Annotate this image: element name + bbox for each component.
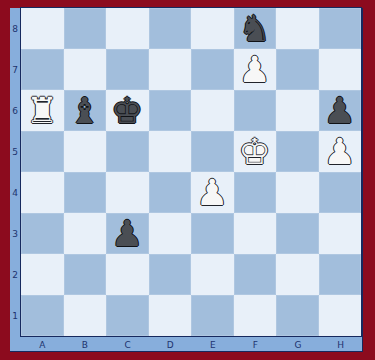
black-king-c6[interactable]: ♚ — [106, 90, 149, 131]
square-a4[interactable] — [21, 172, 64, 213]
square-c4[interactable] — [106, 172, 149, 213]
rank-label-7: 7 — [10, 49, 20, 90]
rank-labels: 87654321 — [10, 8, 20, 336]
file-label-a: A — [21, 338, 64, 351]
square-h2[interactable] — [319, 254, 362, 295]
square-b7[interactable] — [64, 49, 107, 90]
square-c2[interactable] — [106, 254, 149, 295]
square-f1[interactable] — [234, 295, 277, 336]
square-f2[interactable] — [234, 254, 277, 295]
black-knight-f8[interactable]: ♞ — [234, 8, 277, 49]
square-g1[interactable] — [276, 295, 319, 336]
chess-board[interactable]: ♞♟♜♝♚♟♚♟♟♟ — [20, 7, 362, 337]
rank-label-5: 5 — [10, 131, 20, 172]
rank-label-6: 6 — [10, 90, 20, 131]
file-label-h: H — [319, 338, 362, 351]
square-f6[interactable] — [234, 90, 277, 131]
white-pawn-f7[interactable]: ♟ — [234, 49, 277, 90]
white-rook-a6[interactable]: ♜ — [21, 90, 64, 131]
square-e8[interactable] — [191, 8, 234, 49]
square-d5[interactable] — [149, 131, 192, 172]
square-g8[interactable] — [276, 8, 319, 49]
white-pawn-e4[interactable]: ♟ — [191, 172, 234, 213]
square-g3[interactable] — [276, 213, 319, 254]
square-c1[interactable] — [106, 295, 149, 336]
square-b1[interactable] — [64, 295, 107, 336]
square-d8[interactable] — [149, 8, 192, 49]
square-a3[interactable] — [21, 213, 64, 254]
square-d4[interactable] — [149, 172, 192, 213]
rank-label-3: 3 — [10, 213, 20, 254]
square-b2[interactable] — [64, 254, 107, 295]
file-label-b: B — [64, 338, 107, 351]
white-king-f5[interactable]: ♚ — [234, 131, 277, 172]
square-g4[interactable] — [276, 172, 319, 213]
black-bishop-b6[interactable]: ♝ — [64, 90, 107, 131]
black-pawn-c3[interactable]: ♟ — [106, 213, 149, 254]
square-a7[interactable] — [21, 49, 64, 90]
white-pawn-h5[interactable]: ♟ — [319, 131, 362, 172]
square-h3[interactable] — [319, 213, 362, 254]
square-g2[interactable] — [276, 254, 319, 295]
file-label-d: D — [149, 338, 192, 351]
square-h1[interactable] — [319, 295, 362, 336]
square-g5[interactable] — [276, 131, 319, 172]
square-c5[interactable] — [106, 131, 149, 172]
file-labels: ABCDEFGH — [21, 338, 362, 351]
square-g6[interactable] — [276, 90, 319, 131]
rank-label-4: 4 — [10, 172, 20, 213]
square-h8[interactable] — [319, 8, 362, 49]
square-e7[interactable] — [191, 49, 234, 90]
square-e1[interactable] — [191, 295, 234, 336]
square-b5[interactable] — [64, 131, 107, 172]
square-h4[interactable] — [319, 172, 362, 213]
rank-label-2: 2 — [10, 254, 20, 295]
square-f3[interactable] — [234, 213, 277, 254]
square-g7[interactable] — [276, 49, 319, 90]
file-label-e: E — [192, 338, 235, 351]
square-b8[interactable] — [64, 8, 107, 49]
black-pawn-h6[interactable]: ♟ — [319, 90, 362, 131]
rank-label-1: 1 — [10, 295, 20, 336]
file-label-c: C — [106, 338, 149, 351]
square-d7[interactable] — [149, 49, 192, 90]
square-d3[interactable] — [149, 213, 192, 254]
square-a1[interactable] — [21, 295, 64, 336]
square-a8[interactable] — [21, 8, 64, 49]
square-e6[interactable] — [191, 90, 234, 131]
square-b3[interactable] — [64, 213, 107, 254]
square-d6[interactable] — [149, 90, 192, 131]
square-c7[interactable] — [106, 49, 149, 90]
square-d2[interactable] — [149, 254, 192, 295]
square-b4[interactable] — [64, 172, 107, 213]
rank-label-8: 8 — [10, 8, 20, 49]
square-e3[interactable] — [191, 213, 234, 254]
square-e5[interactable] — [191, 131, 234, 172]
square-e2[interactable] — [191, 254, 234, 295]
square-c8[interactable] — [106, 8, 149, 49]
file-label-f: F — [234, 338, 277, 351]
square-a5[interactable] — [21, 131, 64, 172]
file-label-g: G — [277, 338, 320, 351]
square-f4[interactable] — [234, 172, 277, 213]
square-d1[interactable] — [149, 295, 192, 336]
chess-diagram: 87654321 ♞♟♜♝♚♟♚♟♟♟ ABCDEFGH — [0, 0, 375, 360]
square-a2[interactable] — [21, 254, 64, 295]
square-h7[interactable] — [319, 49, 362, 90]
